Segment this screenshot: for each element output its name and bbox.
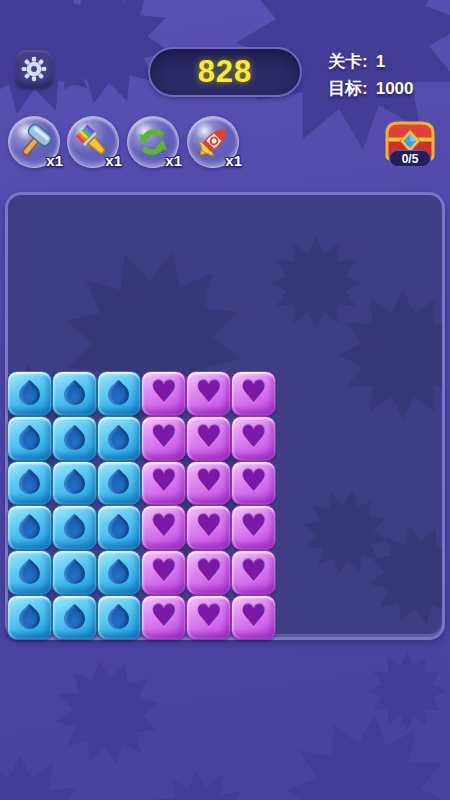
- block-blue-drop[interactable]: [7, 505, 52, 550]
- goal-value: 1000: [376, 79, 414, 98]
- heart-icon: ♥: [195, 601, 222, 631]
- block-blue-drop[interactable]: [97, 371, 142, 416]
- block-purple-heart[interactable]: ♥: [231, 505, 276, 550]
- heart-icon: ♥: [240, 556, 267, 586]
- heart-icon: ♥: [240, 422, 267, 452]
- splat-decoration: [270, 237, 362, 329]
- splat-decoration: [368, 652, 446, 730]
- block-purple-heart[interactable]: ♥: [186, 505, 231, 550]
- block-purple-heart[interactable]: ♥: [186, 461, 231, 506]
- hammer-count: x1: [46, 152, 63, 169]
- heart-icon: ♥: [195, 422, 222, 452]
- block-purple-heart[interactable]: ♥: [231, 461, 276, 506]
- block-blue-drop[interactable]: [7, 461, 52, 506]
- water-drop-icon: [59, 604, 89, 634]
- heart-icon: ♥: [150, 422, 177, 452]
- heart-icon: ♥: [150, 377, 177, 407]
- water-drop-icon: [15, 469, 45, 499]
- water-drop-icon: [15, 559, 45, 589]
- block-purple-heart[interactable]: ♥: [186, 550, 231, 595]
- score-value: 828: [198, 54, 253, 90]
- level-value: 1: [376, 52, 385, 71]
- block-purple-heart[interactable]: ♥: [186, 595, 231, 640]
- gear-icon: [20, 55, 48, 83]
- water-drop-icon: [15, 424, 45, 454]
- water-drop-icon: [59, 424, 89, 454]
- goal-label: 目标:: [328, 79, 368, 98]
- block-blue-drop[interactable]: [97, 461, 142, 506]
- block-blue-drop[interactable]: [52, 371, 97, 416]
- level-info: 关卡:1 目标:1000: [328, 48, 414, 102]
- water-drop-icon: [104, 380, 134, 410]
- block-blue-drop[interactable]: [52, 550, 97, 595]
- heart-icon: ♥: [150, 601, 177, 631]
- heart-icon: ♥: [150, 511, 177, 541]
- block-purple-heart[interactable]: ♥: [186, 371, 231, 416]
- water-drop-icon: [59, 559, 89, 589]
- heart-icon: ♥: [240, 377, 267, 407]
- heart-icon: ♥: [195, 377, 222, 407]
- water-drop-icon: [104, 604, 134, 634]
- block-blue-drop[interactable]: [7, 416, 52, 461]
- powerup-hammer-button[interactable]: x1: [8, 116, 60, 168]
- water-drop-icon: [104, 559, 134, 589]
- heart-icon: ♥: [195, 511, 222, 541]
- block-purple-heart[interactable]: ♥: [141, 461, 186, 506]
- heart-icon: ♥: [240, 601, 267, 631]
- block-blue-drop[interactable]: [52, 505, 97, 550]
- block-blue-drop[interactable]: [97, 416, 142, 461]
- water-drop-icon: [104, 514, 134, 544]
- block-grid: ♥♥♥♥♥♥♥♥♥♥♥♥♥♥♥♥♥♥: [7, 371, 276, 640]
- splat-decoration: [130, 750, 269, 800]
- block-purple-heart[interactable]: ♥: [141, 505, 186, 550]
- block-purple-heart[interactable]: ♥: [141, 595, 186, 640]
- block-purple-heart[interactable]: ♥: [186, 416, 231, 461]
- block-blue-drop[interactable]: [52, 416, 97, 461]
- goal-row: 目标:1000: [328, 75, 414, 102]
- game-screen: 828 关卡:1 目标:1000 x1: [0, 0, 450, 800]
- water-drop-icon: [15, 380, 45, 410]
- heart-icon: ♥: [195, 556, 222, 586]
- splat-decoration: [0, 755, 85, 800]
- block-purple-heart[interactable]: ♥: [141, 371, 186, 416]
- block-purple-heart[interactable]: ♥: [231, 371, 276, 416]
- chest-button[interactable]: 0/5: [383, 113, 437, 168]
- block-blue-drop[interactable]: [52, 461, 97, 506]
- heart-icon: ♥: [240, 511, 267, 541]
- heart-icon: ♥: [240, 466, 267, 496]
- heart-icon: ♥: [195, 466, 222, 496]
- powerup-rocket-button[interactable]: x1: [187, 116, 239, 168]
- heart-icon: ♥: [150, 556, 177, 586]
- powerup-brush-button[interactable]: x1: [67, 116, 119, 168]
- block-purple-heart[interactable]: ♥: [141, 550, 186, 595]
- block-purple-heart[interactable]: ♥: [231, 595, 276, 640]
- shuffle-count: x1: [165, 152, 182, 169]
- block-blue-drop[interactable]: [7, 371, 52, 416]
- rocket-count: x1: [225, 152, 242, 169]
- settings-button[interactable]: [15, 50, 53, 88]
- water-drop-icon: [15, 514, 45, 544]
- water-drop-icon: [59, 469, 89, 499]
- block-purple-heart[interactable]: ♥: [231, 550, 276, 595]
- powerup-shuffle-button[interactable]: x1: [127, 116, 179, 168]
- water-drop-icon: [104, 424, 134, 454]
- chest-progress-badge: 0/5: [389, 150, 431, 167]
- water-drop-icon: [15, 604, 45, 634]
- block-blue-drop[interactable]: [7, 550, 52, 595]
- level-row: 关卡:1: [328, 48, 414, 75]
- block-blue-drop[interactable]: [97, 550, 142, 595]
- water-drop-icon: [104, 469, 134, 499]
- water-drop-icon: [59, 380, 89, 410]
- heart-icon: ♥: [150, 466, 177, 496]
- level-label: 关卡:: [328, 52, 368, 71]
- block-blue-drop[interactable]: [7, 595, 52, 640]
- score-display: 828: [148, 47, 302, 97]
- brush-count: x1: [105, 152, 122, 169]
- block-blue-drop[interactable]: [97, 505, 142, 550]
- block-blue-drop[interactable]: [97, 595, 142, 640]
- block-purple-heart[interactable]: ♥: [231, 416, 276, 461]
- water-drop-icon: [59, 514, 89, 544]
- block-blue-drop[interactable]: [52, 595, 97, 640]
- splat-decoration: [40, 645, 175, 780]
- block-purple-heart[interactable]: ♥: [141, 416, 186, 461]
